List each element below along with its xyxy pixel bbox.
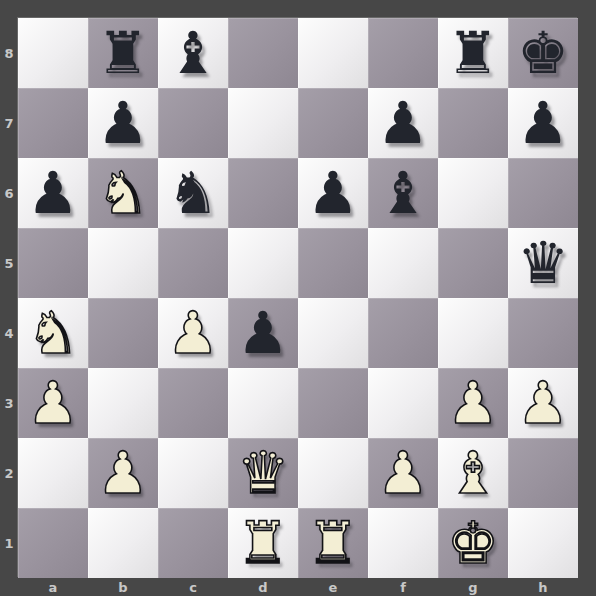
square-b2[interactable]: ♟	[88, 438, 158, 508]
square-h7[interactable]: ♟	[508, 88, 578, 158]
square-d1[interactable]: ♜	[228, 508, 298, 578]
square-f7[interactable]: ♟	[368, 88, 438, 158]
square-a4[interactable]: ♞	[18, 298, 88, 368]
square-h2[interactable]	[508, 438, 578, 508]
square-g5[interactable]	[438, 228, 508, 298]
square-e4[interactable]	[298, 298, 368, 368]
piece-white-knight-b6[interactable]: ♞	[97, 158, 149, 228]
piece-black-knight-c6[interactable]: ♞	[167, 158, 219, 228]
piece-black-pawn-e6[interactable]: ♟	[307, 158, 359, 228]
square-e3[interactable]	[298, 368, 368, 438]
piece-white-pawn-b2[interactable]: ♟	[97, 438, 149, 508]
square-c2[interactable]	[158, 438, 228, 508]
square-a7[interactable]	[18, 88, 88, 158]
square-e6[interactable]: ♟	[298, 158, 368, 228]
piece-black-rook-b8[interactable]: ♜	[97, 18, 149, 88]
file-label-c: c	[158, 578, 228, 596]
square-b1[interactable]	[88, 508, 158, 578]
square-d2[interactable]: ♛	[228, 438, 298, 508]
square-a5[interactable]	[18, 228, 88, 298]
square-d8[interactable]	[228, 18, 298, 88]
square-e1[interactable]: ♜	[298, 508, 368, 578]
piece-black-bishop-c8[interactable]: ♝	[167, 18, 219, 88]
square-d7[interactable]	[228, 88, 298, 158]
square-c4[interactable]: ♟	[158, 298, 228, 368]
square-a2[interactable]	[18, 438, 88, 508]
piece-white-queen-d2[interactable]: ♛	[237, 438, 289, 508]
file-label-g: g	[438, 578, 508, 596]
piece-white-pawn-f2[interactable]: ♟	[377, 438, 429, 508]
rank-label-7: 7	[0, 88, 18, 158]
piece-white-pawn-a3[interactable]: ♟	[27, 368, 79, 438]
file-label-h: h	[508, 578, 578, 596]
square-c8[interactable]: ♝	[158, 18, 228, 88]
chess-board-frame: 87654321 ♜♝♜♚♟♟♟♟♞♞♟♝♛♞♟♟♟♟♟♟♛♟♝♜♜♚ abcd…	[0, 0, 596, 596]
piece-white-pawn-g3[interactable]: ♟	[447, 368, 499, 438]
piece-white-pawn-h3[interactable]: ♟	[517, 368, 569, 438]
square-b6[interactable]: ♞	[88, 158, 158, 228]
piece-black-pawn-h7[interactable]: ♟	[517, 88, 569, 158]
square-h1[interactable]	[508, 508, 578, 578]
square-a1[interactable]	[18, 508, 88, 578]
square-f8[interactable]	[368, 18, 438, 88]
square-c5[interactable]	[158, 228, 228, 298]
square-h3[interactable]: ♟	[508, 368, 578, 438]
file-label-b: b	[88, 578, 158, 596]
square-f2[interactable]: ♟	[368, 438, 438, 508]
piece-black-pawn-f7[interactable]: ♟	[377, 88, 429, 158]
square-b3[interactable]	[88, 368, 158, 438]
square-f6[interactable]: ♝	[368, 158, 438, 228]
square-c1[interactable]	[158, 508, 228, 578]
file-label-e: e	[298, 578, 368, 596]
square-b4[interactable]	[88, 298, 158, 368]
square-e8[interactable]	[298, 18, 368, 88]
file-label-a: a	[18, 578, 88, 596]
rank-label-2: 2	[0, 438, 18, 508]
square-d3[interactable]	[228, 368, 298, 438]
square-g2[interactable]: ♝	[438, 438, 508, 508]
square-f3[interactable]	[368, 368, 438, 438]
square-c6[interactable]: ♞	[158, 158, 228, 228]
piece-white-pawn-c4[interactable]: ♟	[167, 298, 219, 368]
piece-white-rook-d1[interactable]: ♜	[237, 508, 289, 578]
piece-black-bishop-f6[interactable]: ♝	[377, 158, 429, 228]
file-label-f: f	[368, 578, 438, 596]
square-e5[interactable]	[298, 228, 368, 298]
square-a3[interactable]: ♟	[18, 368, 88, 438]
square-c3[interactable]	[158, 368, 228, 438]
chess-board: ♜♝♜♚♟♟♟♟♞♞♟♝♛♞♟♟♟♟♟♟♛♟♝♜♜♚	[18, 18, 578, 578]
piece-black-pawn-d4[interactable]: ♟	[237, 298, 289, 368]
square-b5[interactable]	[88, 228, 158, 298]
rank-label-6: 6	[0, 158, 18, 228]
square-a6[interactable]: ♟	[18, 158, 88, 228]
square-e7[interactable]	[298, 88, 368, 158]
piece-black-pawn-a6[interactable]: ♟	[27, 158, 79, 228]
rank-labels: 87654321	[0, 18, 18, 578]
square-d4[interactable]: ♟	[228, 298, 298, 368]
square-f4[interactable]	[368, 298, 438, 368]
rank-label-3: 3	[0, 368, 18, 438]
square-h4[interactable]	[508, 298, 578, 368]
square-f5[interactable]	[368, 228, 438, 298]
piece-white-bishop-g2[interactable]: ♝	[447, 438, 499, 508]
square-h8[interactable]: ♚	[508, 18, 578, 88]
square-g6[interactable]	[438, 158, 508, 228]
file-labels: abcdefgh	[18, 578, 578, 596]
square-b7[interactable]: ♟	[88, 88, 158, 158]
rank-label-4: 4	[0, 298, 18, 368]
square-a8[interactable]	[18, 18, 88, 88]
piece-white-king-g1[interactable]: ♚	[447, 508, 499, 578]
piece-white-knight-a4[interactable]: ♞	[27, 298, 79, 368]
square-g4[interactable]	[438, 298, 508, 368]
square-e2[interactable]	[298, 438, 368, 508]
square-h6[interactable]	[508, 158, 578, 228]
rank-label-5: 5	[0, 228, 18, 298]
square-g8[interactable]: ♜	[438, 18, 508, 88]
piece-black-king-h8[interactable]: ♚	[517, 18, 569, 88]
piece-black-rook-g8[interactable]: ♜	[447, 18, 499, 88]
square-g1[interactable]: ♚	[438, 508, 508, 578]
rank-label-8: 8	[0, 18, 18, 88]
square-g7[interactable]	[438, 88, 508, 158]
square-c7[interactable]	[158, 88, 228, 158]
square-b8[interactable]: ♜	[88, 18, 158, 88]
square-d5[interactable]	[228, 228, 298, 298]
square-g3[interactable]: ♟	[438, 368, 508, 438]
piece-black-queen-h5[interactable]: ♛	[517, 228, 569, 298]
square-d6[interactable]	[228, 158, 298, 228]
square-f1[interactable]	[368, 508, 438, 578]
file-label-d: d	[228, 578, 298, 596]
piece-black-pawn-b7[interactable]: ♟	[97, 88, 149, 158]
square-h5[interactable]: ♛	[508, 228, 578, 298]
piece-white-rook-e1[interactable]: ♜	[307, 508, 359, 578]
rank-label-1: 1	[0, 508, 18, 578]
